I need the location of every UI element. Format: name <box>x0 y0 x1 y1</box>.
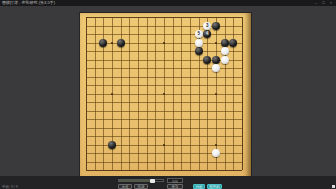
star-point <box>111 42 113 44</box>
star-point <box>163 42 165 44</box>
white-stone[interactable]: 3 <box>203 22 211 30</box>
grid-line-horizontal <box>86 128 242 129</box>
grid-line-horizontal <box>86 102 242 103</box>
bottom-toolbar: 9/9 后退 前进 播放 分析 形势判断 手数: 9 / 9 <box>0 176 336 189</box>
white-stone[interactable]: 5 <box>195 30 203 38</box>
go-board[interactable]: 435 <box>80 13 251 184</box>
estimate-button[interactable]: 形势判断 <box>207 184 222 189</box>
move-slider[interactable] <box>118 179 164 182</box>
star-point <box>111 93 113 95</box>
move-slider-fill <box>119 180 153 181</box>
white-stone[interactable] <box>221 56 229 64</box>
play-button[interactable]: 播放 <box>167 184 183 189</box>
corner-marker <box>332 185 335 188</box>
black-stone[interactable] <box>117 39 125 47</box>
black-stone[interactable]: 4 <box>203 30 211 38</box>
grid-line-vertical <box>207 17 208 170</box>
grid-line-horizontal <box>86 162 242 163</box>
black-stone[interactable] <box>212 22 220 30</box>
black-stone[interactable] <box>99 39 107 47</box>
grid-line-vertical <box>173 17 174 170</box>
black-stone[interactable] <box>229 39 237 47</box>
white-stone[interactable] <box>212 149 220 157</box>
grid-line-vertical <box>190 17 191 170</box>
grid-line-vertical <box>181 17 182 170</box>
grid-line-vertical <box>242 17 243 170</box>
white-stone[interactable] <box>195 39 203 47</box>
grid-line-horizontal <box>86 119 242 120</box>
grid-line-horizontal <box>86 136 242 137</box>
move-slider-thumb[interactable] <box>150 179 155 183</box>
forward-button[interactable]: 前进 <box>134 184 148 189</box>
back-button[interactable]: 后退 <box>118 184 132 189</box>
grid-line-horizontal <box>86 111 242 112</box>
move-counter: 9/9 <box>167 178 183 183</box>
window-title: 围棋打谱 - 变化研究 (第3-5手) <box>2 0 55 5</box>
app-background: 435 <box>0 6 336 176</box>
star-point <box>163 144 165 146</box>
grid-line-horizontal <box>86 170 242 171</box>
black-stone[interactable] <box>221 39 229 47</box>
black-stone[interactable] <box>212 56 220 64</box>
star-point <box>215 93 217 95</box>
white-stone[interactable] <box>212 64 220 72</box>
black-stone[interactable] <box>108 141 116 149</box>
star-point <box>215 42 217 44</box>
star-point <box>163 93 165 95</box>
star-point <box>215 144 217 146</box>
white-stone[interactable] <box>221 47 229 55</box>
black-stone[interactable] <box>195 47 203 55</box>
analysis-button[interactable]: 分析 <box>193 184 205 189</box>
status-text: 手数: 9 / 9 <box>2 185 18 189</box>
black-stone[interactable] <box>203 56 211 64</box>
